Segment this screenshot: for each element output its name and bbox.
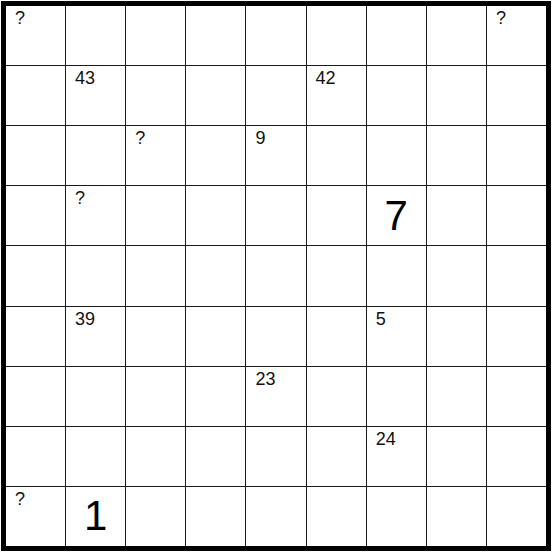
- cell-r8c1[interactable]: 1: [66, 487, 125, 546]
- cell-r0c3[interactable]: [186, 6, 245, 65]
- cell-r6c1[interactable]: [66, 367, 125, 426]
- entered-number: 7: [367, 186, 426, 245]
- cell-r7c6[interactable]: 24: [367, 427, 426, 486]
- cell-r6c5[interactable]: [307, 367, 366, 426]
- cell-r5c0[interactable]: [6, 307, 65, 366]
- cell-r5c8[interactable]: [487, 307, 546, 366]
- cell-r4c7[interactable]: [427, 246, 486, 305]
- clue-number: 9: [255, 129, 265, 149]
- cell-r4c2[interactable]: [126, 246, 185, 305]
- cell-r2c5[interactable]: [307, 126, 366, 185]
- cell-r0c0[interactable]: ?: [6, 6, 65, 65]
- cell-r8c2[interactable]: [126, 487, 185, 546]
- mystery-clue: ?: [15, 9, 25, 29]
- cell-r7c2[interactable]: [126, 427, 185, 486]
- cell-r0c5[interactable]: [307, 6, 366, 65]
- cell-r3c1[interactable]: ?: [66, 186, 125, 245]
- cell-r2c7[interactable]: [427, 126, 486, 185]
- clue-number: 43: [75, 69, 95, 89]
- puzzle-board: ??4342?9?73952324?1: [1, 1, 551, 551]
- cell-r8c0[interactable]: ?: [6, 487, 65, 546]
- cell-r3c4[interactable]: [246, 186, 305, 245]
- cell-r2c3[interactable]: [186, 126, 245, 185]
- cell-r5c5[interactable]: [307, 307, 366, 366]
- cell-r1c4[interactable]: [246, 66, 305, 125]
- cell-r1c3[interactable]: [186, 66, 245, 125]
- cell-r6c4[interactable]: 23: [246, 367, 305, 426]
- clue-number: 39: [75, 310, 95, 330]
- clue-number: 42: [316, 69, 336, 89]
- cell-r6c8[interactable]: [487, 367, 546, 426]
- cell-r0c8[interactable]: ?: [487, 6, 546, 65]
- cell-r2c4[interactable]: 9: [246, 126, 305, 185]
- cell-r1c2[interactable]: [126, 66, 185, 125]
- mystery-clue: ?: [15, 490, 25, 510]
- cell-r7c3[interactable]: [186, 427, 245, 486]
- cell-r5c7[interactable]: [427, 307, 486, 366]
- cell-r6c3[interactable]: [186, 367, 245, 426]
- cell-r2c0[interactable]: [6, 126, 65, 185]
- cell-r4c3[interactable]: [186, 246, 245, 305]
- cell-r2c8[interactable]: [487, 126, 546, 185]
- puzzle-screenshot: ??4342?9?73952324?1: [0, 0, 553, 553]
- cell-r1c5[interactable]: 42: [307, 66, 366, 125]
- cell-r4c6[interactable]: [367, 246, 426, 305]
- cell-r4c0[interactable]: [6, 246, 65, 305]
- cell-r7c7[interactable]: [427, 427, 486, 486]
- cell-r1c8[interactable]: [487, 66, 546, 125]
- cell-r4c8[interactable]: [487, 246, 546, 305]
- cell-r3c7[interactable]: [427, 186, 486, 245]
- cell-r3c2[interactable]: [126, 186, 185, 245]
- cell-r6c6[interactable]: [367, 367, 426, 426]
- cell-r7c0[interactable]: [6, 427, 65, 486]
- cell-r5c4[interactable]: [246, 307, 305, 366]
- cell-r5c2[interactable]: [126, 307, 185, 366]
- cell-r0c6[interactable]: [367, 6, 426, 65]
- clue-number: 23: [255, 370, 275, 390]
- cell-r8c4[interactable]: [246, 487, 305, 546]
- mystery-clue: ?: [75, 189, 85, 209]
- cell-r3c3[interactable]: [186, 186, 245, 245]
- cell-r7c5[interactable]: [307, 427, 366, 486]
- cell-r0c7[interactable]: [427, 6, 486, 65]
- clue-number: 24: [376, 430, 396, 450]
- cell-r3c0[interactable]: [6, 186, 65, 245]
- cell-r1c0[interactable]: [6, 66, 65, 125]
- cell-r5c1[interactable]: 39: [66, 307, 125, 366]
- cell-r4c1[interactable]: [66, 246, 125, 305]
- cell-r1c7[interactable]: [427, 66, 486, 125]
- cell-r8c7[interactable]: [427, 487, 486, 546]
- cell-r6c7[interactable]: [427, 367, 486, 426]
- cell-r1c1[interactable]: 43: [66, 66, 125, 125]
- cell-r2c1[interactable]: [66, 126, 125, 185]
- cell-r8c5[interactable]: [307, 487, 366, 546]
- cell-r5c3[interactable]: [186, 307, 245, 366]
- cell-r2c2[interactable]: ?: [126, 126, 185, 185]
- cell-r0c1[interactable]: [66, 6, 125, 65]
- cell-r4c5[interactable]: [307, 246, 366, 305]
- cell-r1c6[interactable]: [367, 66, 426, 125]
- cell-r6c0[interactable]: [6, 367, 65, 426]
- clue-number: 5: [376, 310, 386, 330]
- cell-r8c8[interactable]: [487, 487, 546, 546]
- cell-r8c3[interactable]: [186, 487, 245, 546]
- cell-r3c8[interactable]: [487, 186, 546, 245]
- cell-r4c4[interactable]: [246, 246, 305, 305]
- cell-r3c5[interactable]: [307, 186, 366, 245]
- entered-number: 1: [66, 487, 125, 546]
- cell-r0c2[interactable]: [126, 6, 185, 65]
- cell-r2c6[interactable]: [367, 126, 426, 185]
- cell-r7c8[interactable]: [487, 427, 546, 486]
- cell-r5c6[interactable]: 5: [367, 307, 426, 366]
- cell-r7c4[interactable]: [246, 427, 305, 486]
- mystery-clue: ?: [496, 9, 506, 29]
- cell-r0c4[interactable]: [246, 6, 305, 65]
- cell-r3c6[interactable]: 7: [367, 186, 426, 245]
- cell-r7c1[interactable]: [66, 427, 125, 486]
- cell-r6c2[interactable]: [126, 367, 185, 426]
- cell-r8c6[interactable]: [367, 487, 426, 546]
- mystery-clue: ?: [135, 129, 145, 149]
